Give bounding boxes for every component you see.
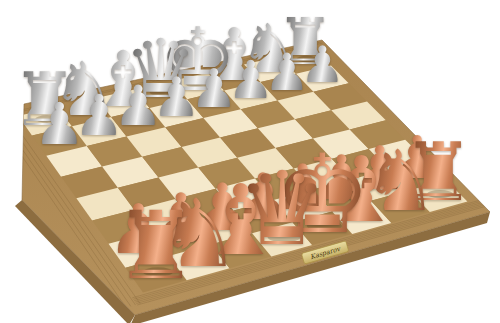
piece-shadow bbox=[227, 244, 258, 254]
piece-shadow bbox=[427, 190, 453, 198]
piece-shadow bbox=[74, 106, 98, 113]
piece-shadow bbox=[35, 115, 59, 122]
piece-shadow bbox=[214, 222, 235, 229]
piece-shadow bbox=[207, 100, 224, 105]
piece-shadow bbox=[92, 126, 110, 132]
piece-shadow bbox=[281, 82, 297, 87]
piece-shadow bbox=[130, 244, 152, 251]
piece-shadow bbox=[244, 91, 261, 96]
piece-shadow bbox=[225, 72, 248, 79]
piece-shadow bbox=[52, 136, 71, 142]
piece-shadow bbox=[113, 97, 138, 105]
piece-shadow bbox=[143, 267, 173, 276]
piece-shadow bbox=[297, 56, 318, 62]
piece-shadow bbox=[316, 74, 332, 79]
piece-shadow bbox=[186, 255, 216, 264]
piece-shadow bbox=[170, 108, 187, 113]
piece-shadow bbox=[334, 190, 354, 196]
piece-shadow bbox=[372, 180, 391, 186]
chess-photo-stage: Kasparov ♜♞♝♟♚♟♛♟♝♟♞♟♜♟♟♟♟♟♟♜♟♞♟♝♟♚♟♛♟♝♞… bbox=[0, 0, 500, 323]
chess-board: Kasparov bbox=[0, 0, 500, 323]
piece-shadow bbox=[389, 200, 416, 208]
piece-shadow bbox=[268, 232, 301, 242]
piece-shadow bbox=[186, 79, 214, 88]
piece-shadow bbox=[307, 221, 342, 232]
piece-shadow bbox=[255, 211, 276, 217]
piece-shadow bbox=[131, 117, 149, 123]
piece-shadow bbox=[410, 170, 429, 176]
piece-shadow bbox=[172, 233, 193, 240]
piece-shadow bbox=[261, 64, 283, 71]
piece-shadow bbox=[349, 211, 378, 220]
piece-shadow bbox=[150, 88, 176, 96]
piece-shadow bbox=[295, 200, 315, 206]
